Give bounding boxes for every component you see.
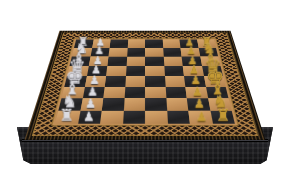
square-h2[interactable]: ♟ [78,110,102,123]
square-g3[interactable] [102,98,124,110]
square-h4[interactable] [123,110,145,123]
chess-board: ♜♟♟♜♞♟♟♞♝♟♟♝♛♟♟♛♚♟♟♚♝♟♟♝♞♟♟♞♜♟♟♜ [25,31,266,140]
square-e4[interactable] [125,76,145,87]
decorative-gold-border: ♜♟♟♜♞♟♟♞♝♟♟♝♛♟♟♛♚♟♟♚♝♟♟♝♞♟♟♞♜♟♟♜ [32,33,258,136]
chess-board-grid: ♜♟♟♜♞♟♟♞♝♟♟♝♛♟♟♛♚♟♟♚♝♟♟♝♞♟♟♞♜♟♟♜ [55,39,235,123]
piece-white-pawn[interactable]: ♟ [86,98,97,110]
square-h1[interactable]: ♜ [55,110,80,123]
square-a5[interactable] [145,39,163,47]
square-a3[interactable] [110,39,128,47]
square-b6[interactable] [163,48,182,57]
square-d5[interactable] [145,66,165,76]
piece-black-pawn[interactable]: ♟ [195,110,206,123]
square-f3[interactable] [103,87,125,98]
square-g6[interactable] [166,98,188,110]
square-h3[interactable] [100,110,123,123]
square-h7[interactable]: ♟ [188,110,212,123]
square-c3[interactable] [107,57,126,66]
square-e3[interactable] [105,76,126,87]
square-e5[interactable] [145,76,165,87]
square-f5[interactable] [145,87,166,98]
square-a4[interactable] [127,39,145,47]
square-f6[interactable] [165,87,187,98]
piece-black-pawn[interactable]: ♟ [194,98,205,110]
square-h5[interactable] [145,110,167,123]
square-g5[interactable] [145,98,167,110]
square-c6[interactable] [163,57,182,66]
piece-black-rook[interactable]: ♜ [216,107,230,123]
piece-white-pawn[interactable]: ♟ [83,110,94,123]
square-a6[interactable] [162,39,180,47]
square-f4[interactable] [124,87,145,98]
square-b4[interactable] [127,48,145,57]
chess-set-photo: ♜♟♟♜♞♟♟♞♝♟♟♝♛♟♟♛♚♟♟♚♝♟♟♝♞♟♟♞♜♟♟♜ [0,0,290,179]
piece-white-rook[interactable]: ♜ [59,107,73,123]
square-c4[interactable] [126,57,145,66]
square-b5[interactable] [145,48,163,57]
piece-white-pawn[interactable]: ♟ [88,86,99,98]
square-d4[interactable] [126,66,146,76]
square-d3[interactable] [106,66,126,76]
square-d6[interactable] [164,66,184,76]
board-outer-frame: ♜♟♟♜♞♟♟♞♝♟♟♝♛♟♟♛♚♟♟♚♝♟♟♝♞♟♟♞♜♟♟♜ [25,31,266,140]
piece-black-pawn[interactable]: ♟ [192,86,203,98]
playing-surface-margin: ♜♟♟♜♞♟♟♞♝♟♟♝♛♟♟♛♚♟♟♚♝♟♟♝♞♟♟♞♜♟♟♜ [51,38,239,125]
square-h8[interactable]: ♜ [210,110,235,123]
square-b3[interactable] [108,48,127,57]
square-g4[interactable] [123,98,145,110]
square-e6[interactable] [165,76,186,87]
square-h6[interactable] [167,110,190,123]
square-c5[interactable] [145,57,164,66]
